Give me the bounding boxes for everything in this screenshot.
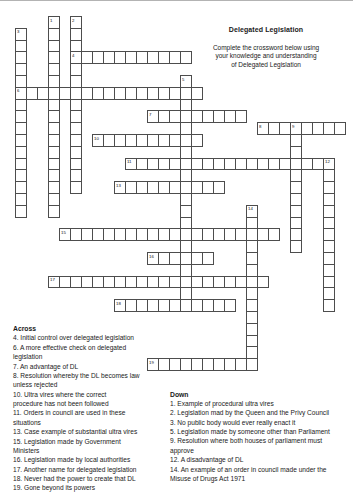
grid-cell[interactable]	[48, 75, 60, 88]
down-clue-line: approve	[170, 446, 352, 455]
clue-number: 2	[72, 18, 74, 22]
grid-cell[interactable]	[180, 264, 192, 277]
grid-cell[interactable]	[180, 99, 192, 112]
down-clue-line: 1. Example of procedural ultra vires	[170, 399, 352, 408]
across-clue-line: 4. Initial control over delegated legisl…	[13, 333, 163, 342]
clue-number: 13	[116, 183, 121, 187]
worksheet-page: { "game": "crossword", "title": "Delegat…	[0, 0, 353, 500]
clue-number: 1	[50, 18, 52, 22]
clue-number: 18	[116, 301, 121, 305]
grid-cell[interactable]	[15, 205, 27, 218]
grid-cell[interactable]	[213, 181, 225, 194]
grid-cell[interactable]	[235, 110, 247, 123]
clue-number: 11	[127, 159, 131, 163]
down-clue-line: 2. Legislation mad by the Queen and the …	[170, 408, 352, 417]
down-clue-line: 14. An example of an order in council ma…	[170, 465, 352, 474]
clue-number: 3	[17, 29, 19, 33]
grid-cell[interactable]	[257, 276, 269, 289]
clue-number: 8	[259, 124, 261, 128]
grid-cell[interactable]	[70, 75, 82, 88]
down-header: Down	[170, 390, 352, 399]
grid-cell[interactable]	[48, 205, 60, 218]
down-clue-line: 12. A disadvantage of DL	[170, 455, 352, 464]
grid-cell[interactable]	[290, 240, 302, 253]
clue-number: 16	[149, 254, 154, 258]
across-header: Across	[13, 324, 163, 333]
grid-cell[interactable]	[334, 122, 346, 135]
grid-cell[interactable]	[246, 358, 258, 371]
across-clue-line: 13. Case example of substantial ultra vi…	[13, 427, 163, 436]
grid-cell[interactable]	[323, 299, 335, 312]
clue-number: 9	[292, 124, 294, 128]
down-clue-line: 9. Resolution where both houses of parli…	[170, 436, 352, 445]
across-clue-line: 8. Resolution whereby the DL becomes law	[13, 371, 163, 380]
across-clue-line: 6. A more effective check on delegated	[13, 343, 163, 352]
clue-number: 4	[72, 53, 74, 57]
grid-cell[interactable]	[290, 146, 302, 159]
across-clue-line: unless rejected	[13, 380, 163, 389]
across-clue-line: procedure has not been followed	[13, 399, 163, 408]
across-clue-line: situations	[13, 418, 163, 427]
across-clue-line: 10. Ultra vires where the correct	[13, 390, 163, 399]
clue-number: 12	[325, 159, 330, 163]
grid-cell[interactable]	[15, 75, 27, 88]
down-clues: Down 1. Example of procedural ultra vire…	[170, 390, 352, 484]
grid-cell[interactable]: 5	[180, 75, 192, 88]
across-clues: Across 4. Initial control over delegated…	[13, 324, 163, 493]
down-clue-line: 3. No public body would ever really enac…	[170, 418, 352, 427]
grid-cell[interactable]	[180, 146, 192, 159]
clue-number: 5	[182, 77, 184, 81]
clue-number: 10	[94, 136, 99, 140]
down-clue-line: 5. Legislation made by someone other tha…	[170, 427, 352, 436]
grid-cell[interactable]	[180, 240, 192, 253]
grid-cell[interactable]	[246, 346, 258, 359]
grid-cell[interactable]	[180, 122, 192, 135]
grid-cell[interactable]	[191, 87, 203, 100]
clue-number: 7	[149, 112, 151, 116]
across-clue-line: 19. Gone beyond its powers	[13, 483, 163, 492]
grid-cell[interactable]	[246, 217, 258, 230]
across-clue-line: 15. Legislation made by Government	[13, 437, 163, 446]
grid-cell[interactable]	[202, 252, 214, 265]
across-clue-line: 7. An advantage of DL	[13, 362, 163, 371]
across-clue-line: legislation	[13, 352, 163, 361]
grid-cell[interactable]	[224, 299, 236, 312]
clue-number: 17	[50, 277, 55, 281]
grid-cell[interactable]	[70, 40, 82, 53]
grid-cell[interactable]	[191, 134, 203, 147]
across-clue-line: 18. Never had the power to create that D…	[13, 474, 163, 483]
clue-number: 15	[61, 230, 66, 234]
grid-cell[interactable]	[180, 217, 192, 230]
grid-cell[interactable]	[180, 287, 192, 300]
down-clue-line: Misuse of Drugs Act 1971	[170, 474, 352, 483]
across-clue-line: 17. Another name for delegated legislati…	[13, 465, 163, 474]
grid-cell[interactable]	[180, 51, 192, 64]
grid-cell[interactable]	[268, 228, 280, 241]
clue-number: 6	[17, 88, 19, 92]
grid-cell[interactable]	[246, 264, 258, 277]
grid-cell[interactable]	[180, 169, 192, 182]
across-clue-line: Ministers	[13, 446, 163, 455]
across-clue-line: 11. Orders in council are used in these	[13, 408, 163, 417]
grid-cell[interactable]	[70, 181, 82, 194]
across-clue-line: 16. Legislation made by local authoritie…	[13, 455, 163, 464]
clue-number: 14	[248, 206, 253, 210]
